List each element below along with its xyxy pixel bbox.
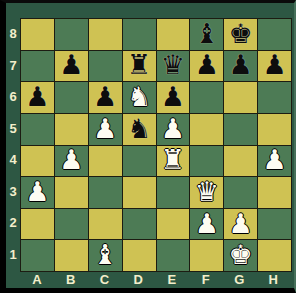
- square-a8[interactable]: [21, 19, 54, 50]
- black-queen-e7[interactable]: ♛: [161, 51, 185, 78]
- white-king-g1[interactable]: ♚: [229, 241, 253, 268]
- square-a6[interactable]: ♟: [21, 82, 54, 113]
- square-c1[interactable]: ♝: [89, 240, 122, 271]
- white-bishop-c1[interactable]: ♝: [93, 241, 117, 268]
- square-e8[interactable]: [157, 19, 190, 50]
- white-rook-e4[interactable]: ♜: [161, 146, 185, 173]
- file-label: C: [88, 271, 122, 288]
- square-g3[interactable]: [224, 177, 257, 208]
- square-e2[interactable]: [157, 209, 190, 240]
- square-b7[interactable]: ♟: [55, 51, 88, 82]
- file-label: H: [256, 271, 290, 288]
- square-a2[interactable]: [21, 209, 54, 240]
- square-h3[interactable]: [258, 177, 291, 208]
- black-rook-d7[interactable]: ♜: [127, 51, 151, 78]
- black-knight-d5[interactable]: ♞: [127, 115, 151, 142]
- rank-label: 4: [6, 144, 20, 176]
- rank-label: 5: [6, 113, 20, 145]
- rank-label: 3: [6, 176, 20, 208]
- square-g6[interactable]: [224, 82, 257, 113]
- square-g7[interactable]: ♟: [224, 51, 257, 82]
- square-f4[interactable]: [190, 146, 223, 177]
- square-c7[interactable]: [89, 51, 122, 82]
- square-d6[interactable]: ♞: [123, 82, 156, 113]
- square-f6[interactable]: [190, 82, 223, 113]
- square-a3[interactable]: ♟: [21, 177, 54, 208]
- rank-labels: 87654321: [6, 18, 20, 270]
- square-b3[interactable]: [55, 177, 88, 208]
- square-a1[interactable]: [21, 240, 54, 271]
- square-c4[interactable]: [89, 146, 122, 177]
- square-c5[interactable]: ♟: [89, 114, 122, 145]
- black-pawn-a6[interactable]: ♟: [25, 83, 49, 110]
- square-c6[interactable]: ♟: [89, 82, 122, 113]
- white-knight-d6[interactable]: ♞: [127, 83, 151, 110]
- square-f1[interactable]: [190, 240, 223, 271]
- rank-label: 7: [6, 50, 20, 82]
- square-b2[interactable]: [55, 209, 88, 240]
- square-d2[interactable]: [123, 209, 156, 240]
- rank-label: 2: [6, 207, 20, 239]
- square-f7[interactable]: ♟: [190, 51, 223, 82]
- square-a4[interactable]: [21, 146, 54, 177]
- square-g4[interactable]: [224, 146, 257, 177]
- chess-app-window: 87654321 ♝♚♟♜♛♟♟♟♟♟♞♟♟♞♟♟♜♟♟♛♟♟♝♚ ABCDEF…: [0, 0, 296, 293]
- square-h5[interactable]: [258, 114, 291, 145]
- square-g1[interactable]: ♚: [224, 240, 257, 271]
- square-e3[interactable]: [157, 177, 190, 208]
- square-b1[interactable]: [55, 240, 88, 271]
- square-h2[interactable]: [258, 209, 291, 240]
- white-queen-f3[interactable]: ♛: [195, 178, 219, 205]
- square-c2[interactable]: [89, 209, 122, 240]
- square-a5[interactable]: [21, 114, 54, 145]
- file-label: B: [54, 271, 88, 288]
- white-pawn-f2[interactable]: ♟: [195, 210, 219, 237]
- chess-board: ♝♚♟♜♛♟♟♟♟♟♞♟♟♞♟♟♜♟♟♛♟♟♝♚: [20, 18, 292, 272]
- square-b4[interactable]: ♟: [55, 146, 88, 177]
- black-king-g8[interactable]: ♚: [229, 20, 253, 47]
- white-pawn-a3[interactable]: ♟: [25, 178, 49, 205]
- black-bishop-f8[interactable]: ♝: [195, 20, 219, 47]
- square-d5[interactable]: ♞: [123, 114, 156, 145]
- white-pawn-c5[interactable]: ♟: [93, 115, 117, 142]
- black-pawn-h7[interactable]: ♟: [262, 51, 286, 78]
- square-c8[interactable]: [89, 19, 122, 50]
- square-f3[interactable]: ♛: [190, 177, 223, 208]
- square-d8[interactable]: [123, 19, 156, 50]
- square-f2[interactable]: ♟: [190, 209, 223, 240]
- white-pawn-h4[interactable]: ♟: [262, 146, 286, 173]
- square-e4[interactable]: ♜: [157, 146, 190, 177]
- rank-label: 1: [6, 239, 20, 271]
- file-label: D: [121, 271, 155, 288]
- white-pawn-e5[interactable]: ♟: [161, 115, 185, 142]
- black-pawn-e6[interactable]: ♟: [161, 83, 185, 110]
- white-pawn-b4[interactable]: ♟: [59, 146, 83, 173]
- square-f8[interactable]: ♝: [190, 19, 223, 50]
- square-e5[interactable]: ♟: [157, 114, 190, 145]
- black-pawn-g7[interactable]: ♟: [229, 51, 253, 78]
- square-h4[interactable]: ♟: [258, 146, 291, 177]
- square-b6[interactable]: [55, 82, 88, 113]
- square-e6[interactable]: ♟: [157, 82, 190, 113]
- square-h6[interactable]: [258, 82, 291, 113]
- black-pawn-f7[interactable]: ♟: [195, 51, 219, 78]
- square-h7[interactable]: ♟: [258, 51, 291, 82]
- square-h8[interactable]: [258, 19, 291, 50]
- square-d3[interactable]: [123, 177, 156, 208]
- white-pawn-g2[interactable]: ♟: [229, 210, 253, 237]
- file-label: E: [155, 271, 189, 288]
- square-a7[interactable]: [21, 51, 54, 82]
- file-label: F: [189, 271, 223, 288]
- square-g8[interactable]: ♚: [224, 19, 257, 50]
- file-label: G: [223, 271, 257, 288]
- square-f5[interactable]: [190, 114, 223, 145]
- square-b8[interactable]: [55, 19, 88, 50]
- black-pawn-c6[interactable]: ♟: [93, 83, 117, 110]
- square-d7[interactable]: ♜: [123, 51, 156, 82]
- file-label: A: [20, 271, 54, 288]
- rank-label: 6: [6, 81, 20, 113]
- square-d4[interactable]: [123, 146, 156, 177]
- square-b5[interactable]: [55, 114, 88, 145]
- file-labels: ABCDEFGH: [20, 271, 290, 288]
- square-c3[interactable]: [89, 177, 122, 208]
- square-e1[interactable]: [157, 240, 190, 271]
- square-g5[interactable]: [224, 114, 257, 145]
- rank-label: 8: [6, 18, 20, 50]
- black-pawn-b7[interactable]: ♟: [59, 51, 83, 78]
- square-d1[interactable]: [123, 240, 156, 271]
- square-g2[interactable]: ♟: [224, 209, 257, 240]
- square-e7[interactable]: ♛: [157, 51, 190, 82]
- square-h1[interactable]: [258, 240, 291, 271]
